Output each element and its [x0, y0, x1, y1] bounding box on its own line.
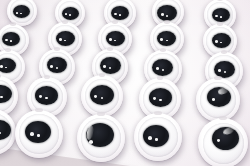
eye-pupil — [47, 57, 67, 73]
pupil-highlight-dot — [0, 65, 3, 68]
googly-eye-r4c5 — [196, 78, 240, 122]
pupil-highlight-dot — [166, 15, 168, 17]
pupil-highlight-dot — [159, 99, 161, 101]
pupil-highlight-dot — [0, 96, 2, 98]
pupil-highlight-dot — [16, 12, 19, 14]
eye-pupil — [212, 8, 230, 22]
eye-pupil — [214, 61, 235, 78]
eye-pupil — [157, 31, 176, 46]
eye-pupil — [152, 59, 173, 76]
eye-pupil — [25, 121, 51, 143]
eye-pupil — [13, 5, 30, 18]
eye-pupil — [212, 33, 231, 48]
eye-pupil — [143, 125, 169, 147]
eye-pupil — [62, 7, 79, 20]
pupil-highlight-dot — [64, 40, 66, 42]
eye-pupil — [157, 5, 177, 21]
pupil-highlight-dot — [215, 15, 218, 17]
pupil-highlight-dot — [224, 71, 226, 73]
photo-googly-eyes-sheet — [0, 0, 250, 166]
pupil-highlight-dot — [162, 69, 164, 71]
pupil-highlight-dot — [69, 14, 71, 16]
eye-pupil — [212, 127, 239, 150]
pupil-highlight-dot — [215, 40, 218, 43]
pupil-highlight-dot — [37, 134, 40, 137]
googly-eye-r5c5 — [198, 118, 248, 166]
eye-pupil — [35, 86, 58, 105]
pupil-highlight-dot — [94, 95, 98, 98]
pupil-highlight-dot — [160, 38, 163, 41]
googly-eye-r5c1 — [0, 109, 16, 155]
pupil-highlight-dot — [30, 132, 34, 136]
eye-pupil — [149, 88, 172, 107]
eye-pupil — [0, 58, 16, 73]
pupil-highlight-dot — [220, 42, 222, 44]
eye-pupil — [2, 32, 20, 46]
pupil-highlight-dot — [5, 67, 7, 69]
pupil-highlight-dot — [10, 40, 12, 42]
pupil-highlight-dot — [148, 136, 152, 140]
eye-pupil — [111, 6, 129, 20]
pupil-highlight-dot — [161, 13, 164, 16]
googly-eye-r5c2 — [15, 110, 63, 158]
eye-pupil — [86, 123, 114, 147]
googly-eye-r4c3 — [81, 75, 123, 117]
pupil-highlight-dot — [218, 69, 221, 72]
pupil-highlight-dot — [220, 16, 222, 18]
pupil-highlight-dot — [156, 67, 159, 70]
googly-eye-r5c3 — [77, 114, 125, 162]
pupil-highlight-dot — [0, 132, 1, 134]
pupil-highlight-dot — [39, 95, 42, 98]
pupil-highlight-dot — [5, 39, 8, 41]
pupil-highlight-dot — [50, 65, 53, 68]
pupil-highlight-dot — [212, 98, 215, 101]
pupil-highlight-dot — [89, 140, 93, 144]
googly-eye-r5c4 — [134, 113, 182, 161]
eye-pupil — [106, 31, 125, 46]
pupil-highlight-dot — [114, 13, 117, 15]
pupil-highlight-dot — [45, 97, 47, 99]
pupil-highlight-dot — [59, 38, 62, 41]
pupil-highlight-dot — [20, 13, 22, 15]
pupil-highlight-dot — [101, 97, 103, 99]
eye-pupil — [90, 85, 114, 105]
eyes-layer — [0, 0, 250, 166]
pupil-highlight-streak — [217, 87, 228, 95]
pupil-highlight-dot — [109, 38, 112, 41]
pupil-highlight-dot — [56, 67, 58, 69]
pupil-highlight-dot — [119, 14, 121, 16]
pupil-highlight-dot — [166, 40, 168, 42]
pupil-highlight-dot — [103, 65, 106, 68]
pupil-highlight-dot — [114, 40, 116, 42]
eye-pupil — [207, 87, 231, 107]
pupil-highlight-dot — [109, 67, 111, 69]
pupil-highlight-dot — [65, 13, 68, 15]
eye-pupil — [100, 57, 121, 74]
eye-pupil — [56, 31, 75, 46]
pupil-highlight-dot — [153, 97, 156, 100]
pupil-highlight-dot — [217, 139, 220, 142]
pupil-highlight-dot — [155, 138, 158, 141]
